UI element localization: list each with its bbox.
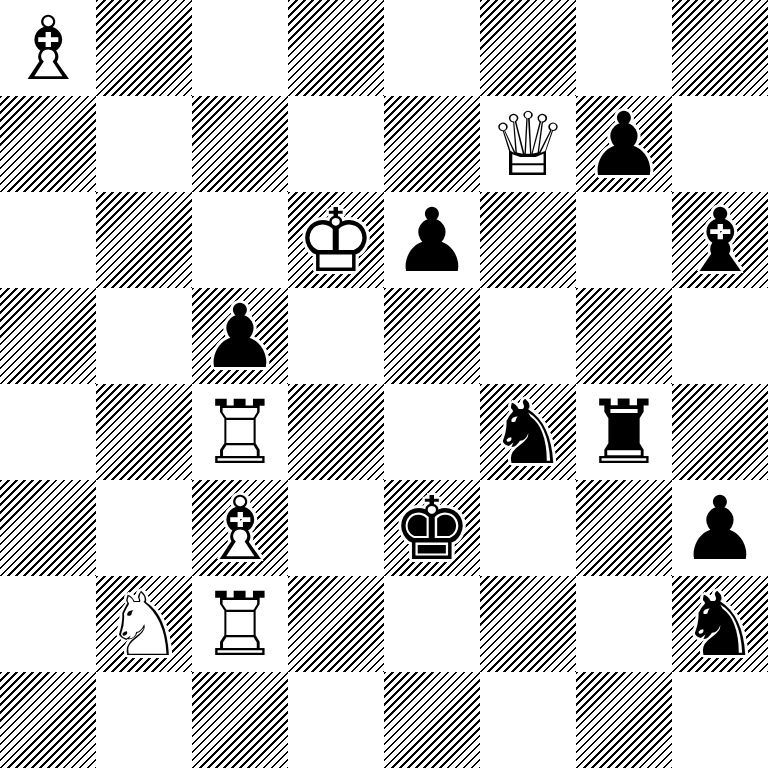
square-g5[interactable] [576,288,672,384]
square-e7[interactable] [384,96,480,192]
white-bishop-icon: ♗ [0,1,96,97]
square-b2[interactable]: ♞♘ [96,576,192,672]
square-f1[interactable] [480,672,576,768]
square-a8[interactable]: ♝♗ [0,0,96,96]
square-c7[interactable] [192,96,288,192]
square-g4[interactable]: ♜♜ [576,384,672,480]
square-e4[interactable] [384,384,480,480]
black-pawn-piece[interactable]: ♟♟ [192,288,288,384]
black-pawn-icon: ♟ [576,97,672,193]
black-knight-piece[interactable]: ♞♞ [480,384,576,480]
square-e3[interactable]: ♚♚ [384,480,480,576]
black-bishop-icon: ♝ [672,193,768,289]
square-a6[interactable] [0,192,96,288]
white-rook-piece[interactable]: ♜♖ [192,576,288,672]
square-d8[interactable] [288,0,384,96]
square-c4[interactable]: ♜♖ [192,384,288,480]
square-h3[interactable]: ♟♟ [672,480,768,576]
square-b5[interactable] [96,288,192,384]
white-king-icon: ♔ [288,193,384,289]
square-b8[interactable] [96,0,192,96]
square-f3[interactable] [480,480,576,576]
square-d5[interactable] [288,288,384,384]
square-b3[interactable] [96,480,192,576]
square-f2[interactable] [480,576,576,672]
square-c5[interactable]: ♟♟ [192,288,288,384]
square-g2[interactable] [576,576,672,672]
square-h7[interactable] [672,96,768,192]
white-bishop-piece[interactable]: ♝♗ [0,0,96,96]
black-pawn-piece[interactable]: ♟♟ [576,96,672,192]
square-a3[interactable] [0,480,96,576]
square-g1[interactable] [576,672,672,768]
square-f6[interactable] [480,192,576,288]
square-d7[interactable] [288,96,384,192]
square-c6[interactable] [192,192,288,288]
black-pawn-icon: ♟ [384,193,480,289]
square-d2[interactable] [288,576,384,672]
square-e8[interactable] [384,0,480,96]
black-knight-piece[interactable]: ♞♞ [672,576,768,672]
square-c3[interactable]: ♝♗ [192,480,288,576]
square-e1[interactable] [384,672,480,768]
square-h5[interactable] [672,288,768,384]
black-king-piece[interactable]: ♚♚ [384,480,480,576]
square-h4[interactable] [672,384,768,480]
white-king-piece[interactable]: ♚♔ [288,192,384,288]
square-b6[interactable] [96,192,192,288]
black-knight-icon: ♞ [480,385,576,481]
black-rook-piece[interactable]: ♜♜ [576,384,672,480]
square-d1[interactable] [288,672,384,768]
black-pawn-icon: ♟ [192,289,288,385]
black-king-icon: ♚ [384,481,480,577]
square-c1[interactable] [192,672,288,768]
black-pawn-piece[interactable]: ♟♟ [672,480,768,576]
square-a5[interactable] [0,288,96,384]
square-d4[interactable] [288,384,384,480]
square-a7[interactable] [0,96,96,192]
black-bishop-piece[interactable]: ♝♝ [672,192,768,288]
square-e2[interactable] [384,576,480,672]
square-a4[interactable] [0,384,96,480]
square-e5[interactable] [384,288,480,384]
square-h1[interactable] [672,672,768,768]
square-b1[interactable] [96,672,192,768]
black-knight-icon: ♞ [672,577,768,673]
square-h2[interactable]: ♞♞ [672,576,768,672]
square-d6[interactable]: ♚♔ [288,192,384,288]
white-rook-piece[interactable]: ♜♖ [192,384,288,480]
white-queen-piece[interactable]: ♛♕ [480,96,576,192]
square-f7[interactable]: ♛♕ [480,96,576,192]
white-knight-piece[interactable]: ♞♘ [96,576,192,672]
square-f8[interactable] [480,0,576,96]
square-d3[interactable] [288,480,384,576]
square-a2[interactable] [0,576,96,672]
square-c2[interactable]: ♜♖ [192,576,288,672]
square-g6[interactable] [576,192,672,288]
white-knight-icon: ♘ [96,577,192,673]
square-g8[interactable] [576,0,672,96]
square-c8[interactable] [192,0,288,96]
white-bishop-piece[interactable]: ♝♗ [192,480,288,576]
square-f5[interactable] [480,288,576,384]
square-e6[interactable]: ♟♟ [384,192,480,288]
square-b7[interactable] [96,96,192,192]
white-queen-icon: ♕ [480,97,576,193]
black-pawn-piece[interactable]: ♟♟ [384,192,480,288]
white-rook-icon: ♖ [192,385,288,481]
square-g7[interactable]: ♟♟ [576,96,672,192]
chess-board: ♝♗♛♕♟♟♚♔♟♟♝♝♟♟♜♖♞♞♜♜♝♗♚♚♟♟♞♘♜♖♞♞ [0,0,768,768]
square-g3[interactable] [576,480,672,576]
white-rook-icon: ♖ [192,577,288,673]
white-bishop-icon: ♗ [192,481,288,577]
square-h8[interactable] [672,0,768,96]
black-pawn-icon: ♟ [672,481,768,577]
square-a1[interactable] [0,672,96,768]
square-h6[interactable]: ♝♝ [672,192,768,288]
square-f4[interactable]: ♞♞ [480,384,576,480]
black-rook-icon: ♜ [576,385,672,481]
square-b4[interactable] [96,384,192,480]
